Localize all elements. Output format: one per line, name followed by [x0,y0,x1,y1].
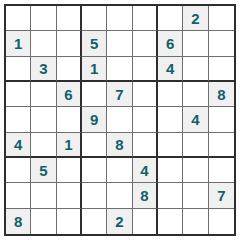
cell-r9c7[interactable] [158,209,183,234]
cell-r7c2[interactable]: 5 [31,158,56,183]
cell-r8c4[interactable] [82,183,107,208]
cell-r1c9[interactable] [209,6,234,31]
cell-r9c1[interactable]: 8 [6,209,31,234]
cell-r7c3[interactable] [57,158,82,183]
cell-r6c2[interactable] [31,133,56,158]
cell-r7c9[interactable] [209,158,234,183]
cell-r9c4[interactable] [82,209,107,234]
cell-r5c7[interactable] [158,107,183,132]
cell-r2c7[interactable]: 6 [158,31,183,56]
cell-r6c6[interactable] [133,133,158,158]
cell-r8c2[interactable] [31,183,56,208]
cell-r5c4[interactable]: 9 [82,107,107,132]
cell-r2c1[interactable]: 1 [6,31,31,56]
cell-r8c3[interactable] [57,183,82,208]
cell-r9c2[interactable] [31,209,56,234]
cell-r3c7[interactable]: 4 [158,57,183,82]
cell-r7c5[interactable] [107,158,132,183]
cell-r4c1[interactable] [6,82,31,107]
cell-r3c6[interactable] [133,57,158,82]
cell-r2c2[interactable] [31,31,56,56]
sudoku-grid: 215631467894418548782 [4,4,236,236]
cell-r8c8[interactable] [183,183,208,208]
cell-r6c9[interactable] [209,133,234,158]
cell-r5c5[interactable] [107,107,132,132]
cell-r2c6[interactable] [133,31,158,56]
cell-r4c8[interactable] [183,82,208,107]
cell-r1c2[interactable] [31,6,56,31]
cell-r6c4[interactable] [82,133,107,158]
cell-r8c9[interactable]: 7 [209,183,234,208]
cell-r4c6[interactable] [133,82,158,107]
cell-r3c1[interactable] [6,57,31,82]
cell-r5c1[interactable] [6,107,31,132]
cell-r7c7[interactable] [158,158,183,183]
cell-r5c6[interactable] [133,107,158,132]
cell-r4c4[interactable] [82,82,107,107]
cell-r4c5[interactable]: 7 [107,82,132,107]
cell-r5c2[interactable] [31,107,56,132]
cell-r6c8[interactable] [183,133,208,158]
cell-r1c7[interactable] [158,6,183,31]
cell-r3c9[interactable] [209,57,234,82]
cell-r1c4[interactable] [82,6,107,31]
cell-r5c8[interactable]: 4 [183,107,208,132]
cell-r9c3[interactable] [57,209,82,234]
cell-r3c5[interactable] [107,57,132,82]
cell-r4c2[interactable] [31,82,56,107]
cell-r8c5[interactable] [107,183,132,208]
cell-r7c8[interactable] [183,158,208,183]
cell-r9c9[interactable] [209,209,234,234]
cell-r6c1[interactable]: 4 [6,133,31,158]
sudoku-board-container: 215631467894418548782 [4,4,236,236]
cell-r1c1[interactable] [6,6,31,31]
cell-r3c8[interactable] [183,57,208,82]
cell-r1c8[interactable]: 2 [183,6,208,31]
cell-r4c7[interactable] [158,82,183,107]
cell-r2c3[interactable] [57,31,82,56]
cell-r1c5[interactable] [107,6,132,31]
cell-r7c6[interactable]: 4 [133,158,158,183]
cell-r1c6[interactable] [133,6,158,31]
cell-r2c8[interactable] [183,31,208,56]
cell-r3c4[interactable]: 1 [82,57,107,82]
cell-r5c9[interactable] [209,107,234,132]
cell-r8c1[interactable] [6,183,31,208]
cell-r6c7[interactable] [158,133,183,158]
cell-r3c2[interactable]: 3 [31,57,56,82]
cell-r2c9[interactable] [209,31,234,56]
cell-r1c3[interactable] [57,6,82,31]
cell-r6c3[interactable]: 1 [57,133,82,158]
cell-r5c3[interactable] [57,107,82,132]
cell-r8c6[interactable]: 8 [133,183,158,208]
cell-r2c5[interactable] [107,31,132,56]
cell-r7c4[interactable] [82,158,107,183]
cell-r9c6[interactable] [133,209,158,234]
cell-r9c5[interactable]: 2 [107,209,132,234]
cell-r2c4[interactable]: 5 [82,31,107,56]
cell-r4c3[interactable]: 6 [57,82,82,107]
cell-r6c5[interactable]: 8 [107,133,132,158]
cell-r3c3[interactable] [57,57,82,82]
cell-r9c8[interactable] [183,209,208,234]
cell-r7c1[interactable] [6,158,31,183]
cell-r8c7[interactable] [158,183,183,208]
cell-r4c9[interactable]: 8 [209,82,234,107]
